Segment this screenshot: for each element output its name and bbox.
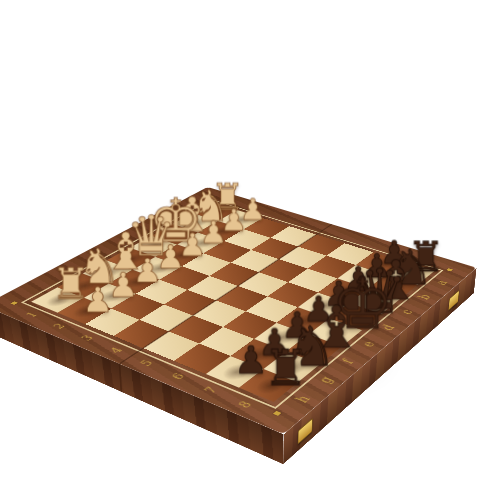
square-a7: ♟ (356, 252, 404, 274)
fold-seam-side (119, 363, 122, 392)
brass-latch (448, 290, 459, 311)
piece-shadow (250, 374, 289, 397)
brass-corner-inlay (446, 268, 453, 271)
square-f3 (136, 280, 187, 305)
product-photo-scene: ♜♞♝♛♚♝♞♜♟♟♟♟♟♟♟♟♟♟♟♟♟♟♟♟♜♞♝♚♛♝♞♜ 1234567… (0, 0, 500, 500)
piece-shadow (160, 227, 192, 241)
piece-shadow (181, 216, 212, 230)
piece-shadow (298, 339, 335, 360)
piece-shadow (275, 356, 313, 378)
piece-shadow (340, 307, 375, 326)
piece-shadow (365, 256, 396, 272)
piece-shadow (67, 302, 104, 321)
piece-shadow (319, 323, 355, 343)
piece-shadow (378, 279, 411, 296)
brass-corner-inlay (208, 196, 214, 198)
piece-shadow (347, 269, 379, 286)
piece-shadow (201, 205, 231, 218)
piece-shadow (328, 282, 361, 299)
brass-corner-inlay (273, 411, 281, 416)
piece-shadow (359, 293, 393, 311)
piece-shadow (116, 251, 149, 267)
brass-corner-inlay (11, 301, 18, 305)
square-a1: ♜ (193, 202, 237, 221)
brass-latch (298, 418, 313, 445)
piece-shadow (41, 291, 77, 309)
piece-shadow (396, 265, 428, 281)
